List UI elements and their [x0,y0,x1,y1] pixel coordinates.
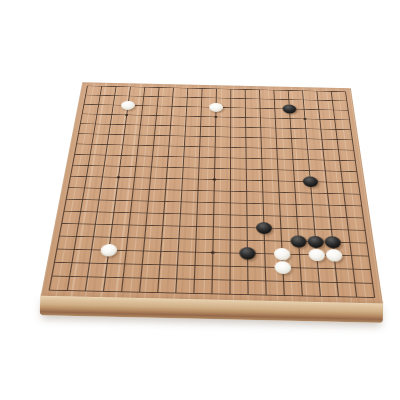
stone-white [208,102,223,112]
perspective-wrapper [60,25,368,333]
go-board [40,82,382,303]
board-grid [40,82,382,303]
goban-photo-stage [0,0,400,400]
stone-black [255,221,272,234]
product-photo [0,0,400,400]
stone-black [238,246,255,259]
stone-white [120,100,136,110]
stone-black [282,104,297,114]
